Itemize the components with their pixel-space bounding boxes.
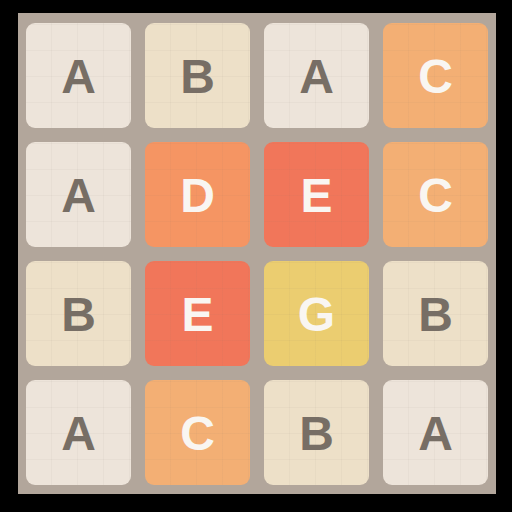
screen-frame: A B A C A D E C B E G B A C B A [0, 0, 512, 512]
tile: B [264, 380, 369, 485]
tile: C [145, 380, 250, 485]
tile: G [264, 261, 369, 366]
tile: B [145, 23, 250, 128]
game-board[interactable]: A B A C A D E C B E G B A C B A [18, 13, 496, 494]
tile: A [26, 23, 131, 128]
tile: A [264, 23, 369, 128]
tile: E [145, 261, 250, 366]
tile: B [26, 261, 131, 366]
tile: A [383, 380, 488, 485]
tile: C [383, 142, 488, 247]
tile: C [383, 23, 488, 128]
tile: E [264, 142, 369, 247]
tile: B [383, 261, 488, 366]
tile: A [26, 380, 131, 485]
tile: D [145, 142, 250, 247]
tile: A [26, 142, 131, 247]
